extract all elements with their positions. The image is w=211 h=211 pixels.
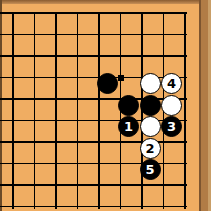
grid-vline (12, 12, 13, 209)
stone-white (140, 73, 161, 94)
grid-vline (184, 12, 186, 209)
stone-black (140, 95, 161, 116)
grid-hline (0, 184, 187, 185)
go-board-diagram: 41325 (0, 0, 211, 211)
star-point-hoshi (118, 75, 124, 81)
grid-vline (55, 12, 56, 209)
stone-white-move-2: 2 (140, 138, 161, 159)
grid-hline (0, 206, 187, 207)
stone-white (140, 116, 161, 137)
stone-black-move-1: 1 (118, 116, 139, 137)
stone-black (118, 95, 139, 116)
board-top-edge-band (0, 0, 211, 4)
grid-hline (0, 34, 187, 35)
stone-white (161, 95, 182, 116)
board-left-crop-line (0, 0, 2, 211)
grid-vline (98, 12, 99, 209)
stone-black (97, 73, 118, 94)
grid-hline (0, 12, 187, 14)
board-right-edge-band (199, 0, 211, 211)
grid-hline (0, 55, 187, 56)
stone-white-move-4: 4 (161, 73, 182, 94)
stone-black-move-5: 5 (140, 159, 161, 180)
grid-vline (34, 12, 35, 209)
stone-black-move-3: 3 (161, 116, 182, 137)
grid-vline (77, 12, 78, 209)
